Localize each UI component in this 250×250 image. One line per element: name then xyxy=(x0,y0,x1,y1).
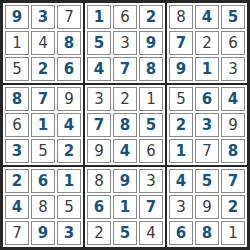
sudoku-board: 9371485261625394788457269138796143523217… xyxy=(0,0,250,250)
cell-r4c1[interactable]: 8 xyxy=(5,87,29,111)
cell-r9c9[interactable]: 1 xyxy=(221,221,245,245)
cell-r2c6[interactable]: 9 xyxy=(139,31,163,55)
cell-r5c7[interactable]: 2 xyxy=(169,113,193,137)
cell-r6c9[interactable]: 8 xyxy=(221,139,245,163)
cell-r7c8[interactable]: 5 xyxy=(195,169,219,193)
cell-r5c1[interactable]: 6 xyxy=(5,113,29,137)
cell-r1c3[interactable]: 7 xyxy=(57,5,81,29)
cell-r1c4[interactable]: 1 xyxy=(87,5,111,29)
cell-r3c1[interactable]: 5 xyxy=(5,57,29,81)
cell-r6c5[interactable]: 4 xyxy=(113,139,137,163)
cell-r3c3[interactable]: 6 xyxy=(57,57,81,81)
cell-r2c7[interactable]: 7 xyxy=(169,31,193,55)
cell-r9c3[interactable]: 3 xyxy=(57,221,81,245)
cell-r8c5[interactable]: 1 xyxy=(113,195,137,219)
cell-r6c7[interactable]: 1 xyxy=(169,139,193,163)
cell-r6c2[interactable]: 5 xyxy=(31,139,55,163)
cell-r6c4[interactable]: 9 xyxy=(87,139,111,163)
cell-r1c1[interactable]: 9 xyxy=(5,5,29,29)
cell-r7c2[interactable]: 6 xyxy=(31,169,55,193)
cell-r9c7[interactable]: 6 xyxy=(169,221,193,245)
cell-r7c5[interactable]: 9 xyxy=(113,169,137,193)
cell-r7c9[interactable]: 7 xyxy=(221,169,245,193)
cell-r8c9[interactable]: 2 xyxy=(221,195,245,219)
cell-r4c4[interactable]: 3 xyxy=(87,87,111,111)
cell-r4c3[interactable]: 9 xyxy=(57,87,81,111)
cell-r6c3[interactable]: 2 xyxy=(57,139,81,163)
cell-r4c5[interactable]: 2 xyxy=(113,87,137,111)
cell-r2c2[interactable]: 4 xyxy=(31,31,55,55)
cell-r6c8[interactable]: 7 xyxy=(195,139,219,163)
cell-r6c6[interactable]: 6 xyxy=(139,139,163,163)
cell-r5c2[interactable]: 1 xyxy=(31,113,55,137)
cell-r8c4[interactable]: 6 xyxy=(87,195,111,219)
cell-r3c7[interactable]: 9 xyxy=(169,57,193,81)
cell-r8c1[interactable]: 4 xyxy=(5,195,29,219)
box-2-1: 879614352 xyxy=(2,84,84,166)
box-2-3: 564239178 xyxy=(166,84,248,166)
cell-r5c9[interactable]: 9 xyxy=(221,113,245,137)
cell-r9c1[interactable]: 7 xyxy=(5,221,29,245)
cell-r2c1[interactable]: 1 xyxy=(5,31,29,55)
cell-r1c8[interactable]: 4 xyxy=(195,5,219,29)
box-1-2: 162539478 xyxy=(84,2,166,84)
cell-r1c9[interactable]: 5 xyxy=(221,5,245,29)
cell-r5c3[interactable]: 4 xyxy=(57,113,81,137)
cell-r7c4[interactable]: 8 xyxy=(87,169,111,193)
cell-r2c8[interactable]: 2 xyxy=(195,31,219,55)
cell-r3c5[interactable]: 7 xyxy=(113,57,137,81)
cell-r7c6[interactable]: 3 xyxy=(139,169,163,193)
cell-r2c3[interactable]: 8 xyxy=(57,31,81,55)
cell-r8c6[interactable]: 7 xyxy=(139,195,163,219)
cell-r4c9[interactable]: 4 xyxy=(221,87,245,111)
cell-r1c6[interactable]: 2 xyxy=(139,5,163,29)
cell-r1c7[interactable]: 8 xyxy=(169,5,193,29)
cell-r3c4[interactable]: 4 xyxy=(87,57,111,81)
cell-r8c8[interactable]: 9 xyxy=(195,195,219,219)
cell-r8c3[interactable]: 5 xyxy=(57,195,81,219)
cell-r8c2[interactable]: 8 xyxy=(31,195,55,219)
cell-r4c7[interactable]: 5 xyxy=(169,87,193,111)
box-2-2: 321785946 xyxy=(84,84,166,166)
cell-r1c2[interactable]: 3 xyxy=(31,5,55,29)
cell-r2c5[interactable]: 3 xyxy=(113,31,137,55)
cell-r7c1[interactable]: 2 xyxy=(5,169,29,193)
cell-r3c8[interactable]: 1 xyxy=(195,57,219,81)
cell-r4c6[interactable]: 1 xyxy=(139,87,163,111)
cell-r3c2[interactable]: 2 xyxy=(31,57,55,81)
cell-r2c4[interactable]: 5 xyxy=(87,31,111,55)
box-3-1: 261485793 xyxy=(2,166,84,248)
cell-r9c6[interactable]: 4 xyxy=(139,221,163,245)
cell-r6c1[interactable]: 3 xyxy=(5,139,29,163)
box-1-3: 845726913 xyxy=(166,2,248,84)
cell-r4c2[interactable]: 7 xyxy=(31,87,55,111)
cell-r2c9[interactable]: 6 xyxy=(221,31,245,55)
cell-r9c5[interactable]: 5 xyxy=(113,221,137,245)
cell-r5c6[interactable]: 5 xyxy=(139,113,163,137)
cell-r7c7[interactable]: 4 xyxy=(169,169,193,193)
cell-r3c9[interactable]: 3 xyxy=(221,57,245,81)
cell-r9c2[interactable]: 9 xyxy=(31,221,55,245)
cell-r9c4[interactable]: 2 xyxy=(87,221,111,245)
cell-r1c5[interactable]: 6 xyxy=(113,5,137,29)
cell-r4c8[interactable]: 6 xyxy=(195,87,219,111)
box-1-1: 937148526 xyxy=(2,2,84,84)
cell-r8c7[interactable]: 3 xyxy=(169,195,193,219)
cell-r5c5[interactable]: 8 xyxy=(113,113,137,137)
box-3-3: 457392681 xyxy=(166,166,248,248)
cell-r5c4[interactable]: 7 xyxy=(87,113,111,137)
cell-r9c8[interactable]: 8 xyxy=(195,221,219,245)
cell-r7c3[interactable]: 1 xyxy=(57,169,81,193)
cell-r3c6[interactable]: 8 xyxy=(139,57,163,81)
box-3-2: 893617254 xyxy=(84,166,166,248)
cell-r5c8[interactable]: 3 xyxy=(195,113,219,137)
